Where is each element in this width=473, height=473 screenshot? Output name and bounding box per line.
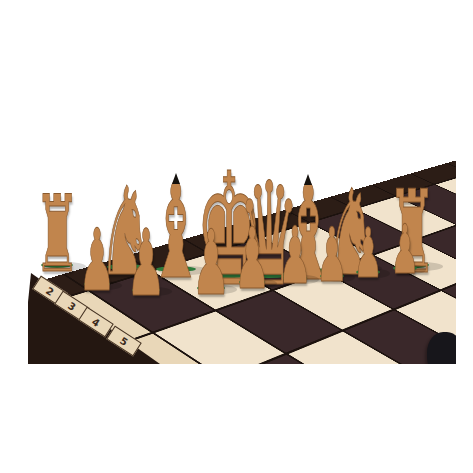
chess-piece-pawn-icon: ♟ xyxy=(126,218,166,310)
chess-piece-pawn-icon: ♟ xyxy=(78,217,115,303)
chess-piece-pawn-icon: ♟ xyxy=(278,217,312,296)
chess-piece-pawn-icon: ♟ xyxy=(192,218,231,308)
chess-piece-pawn-icon: ♟ xyxy=(353,219,383,288)
black-piece-partial xyxy=(427,332,456,364)
bishop-black-tip-icon xyxy=(172,173,180,184)
chess-set-photo: 2345 ♜♞♝♚♛♝♞♜♟♟♟♟♟♟♟♟ xyxy=(28,150,456,364)
bishop-black-tip-icon xyxy=(304,174,312,185)
chess-piece-pawn-icon: ♟ xyxy=(390,216,419,284)
product-photo-page: { "game": "chess", "scene": "Product pho… xyxy=(0,0,473,473)
chess-piece-pawn-icon: ♟ xyxy=(234,216,271,301)
chess-piece-rook-icon: ♜ xyxy=(34,182,80,288)
chess-piece-pawn-icon: ♟ xyxy=(316,218,348,293)
